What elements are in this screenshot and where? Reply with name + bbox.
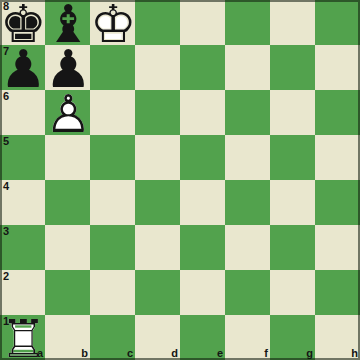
piece-black-bishop[interactable]: ♝ — [45, 0, 90, 45]
piece-white-king[interactable]: ♚♔ — [90, 0, 135, 45]
square-g5[interactable] — [270, 135, 315, 180]
square-g4[interactable] — [270, 180, 315, 225]
square-e6[interactable] — [180, 90, 225, 135]
rank-label-1: 1 — [3, 316, 9, 327]
square-e4[interactable] — [180, 180, 225, 225]
square-b2[interactable] — [45, 270, 90, 315]
square-a6[interactable]: 6 — [0, 90, 45, 135]
rank-label-3: 3 — [3, 226, 9, 237]
square-f6[interactable] — [225, 90, 270, 135]
square-b5[interactable] — [45, 135, 90, 180]
file-label-f: f — [264, 348, 268, 359]
square-h2[interactable] — [315, 270, 360, 315]
chess-board: 8♚♝♚♔7♟♟6♟♙54321a♜♖bcdefgh — [0, 0, 360, 360]
file-label-a: a — [37, 348, 43, 359]
square-c3[interactable] — [90, 225, 135, 270]
square-d2[interactable] — [135, 270, 180, 315]
square-a8[interactable]: 8♚ — [0, 0, 45, 45]
square-g3[interactable] — [270, 225, 315, 270]
white-pawn-glyph: ♟ — [45, 92, 90, 137]
square-f7[interactable] — [225, 45, 270, 90]
square-d8[interactable] — [135, 0, 180, 45]
square-f4[interactable] — [225, 180, 270, 225]
square-e7[interactable] — [180, 45, 225, 90]
piece-white-pawn[interactable]: ♟♙ — [45, 90, 90, 135]
square-d5[interactable] — [135, 135, 180, 180]
square-h3[interactable] — [315, 225, 360, 270]
white-pawn-outline: ♙ — [45, 92, 90, 137]
square-d1[interactable]: d — [135, 315, 180, 360]
file-label-c: c — [127, 348, 133, 359]
rank-label-2: 2 — [3, 271, 9, 282]
square-d3[interactable] — [135, 225, 180, 270]
rank-label-5: 5 — [3, 136, 9, 147]
square-g2[interactable] — [270, 270, 315, 315]
piece-black-pawn[interactable]: ♟ — [45, 45, 90, 90]
file-label-d: d — [171, 348, 178, 359]
square-b6[interactable]: ♟♙ — [45, 90, 90, 135]
square-c7[interactable] — [90, 45, 135, 90]
square-e5[interactable] — [180, 135, 225, 180]
square-d7[interactable] — [135, 45, 180, 90]
square-h1[interactable]: h — [315, 315, 360, 360]
square-d4[interactable] — [135, 180, 180, 225]
rank-label-4: 4 — [3, 181, 9, 192]
square-h8[interactable] — [315, 0, 360, 45]
file-label-h: h — [351, 348, 358, 359]
square-b1[interactable]: b — [45, 315, 90, 360]
square-h6[interactable] — [315, 90, 360, 135]
square-c1[interactable]: c — [90, 315, 135, 360]
rank-label-7: 7 — [3, 46, 9, 57]
file-label-e: e — [217, 348, 223, 359]
square-g6[interactable] — [270, 90, 315, 135]
square-a7[interactable]: 7♟ — [0, 45, 45, 90]
file-label-b: b — [81, 348, 88, 359]
square-h4[interactable] — [315, 180, 360, 225]
square-a1[interactable]: 1a♜♖ — [0, 315, 45, 360]
square-b8[interactable]: ♝ — [45, 0, 90, 45]
square-h5[interactable] — [315, 135, 360, 180]
square-f2[interactable] — [225, 270, 270, 315]
square-e2[interactable] — [180, 270, 225, 315]
square-c4[interactable] — [90, 180, 135, 225]
square-d6[interactable] — [135, 90, 180, 135]
square-g7[interactable] — [270, 45, 315, 90]
square-c2[interactable] — [90, 270, 135, 315]
file-label-g: g — [306, 348, 313, 359]
chess-board-grid: 8♚♝♚♔7♟♟6♟♙54321a♜♖bcdefgh — [0, 0, 360, 360]
square-a2[interactable]: 2 — [0, 270, 45, 315]
square-a5[interactable]: 5 — [0, 135, 45, 180]
square-a3[interactable]: 3 — [0, 225, 45, 270]
square-b3[interactable] — [45, 225, 90, 270]
square-h7[interactable] — [315, 45, 360, 90]
square-f8[interactable] — [225, 0, 270, 45]
square-g8[interactable] — [270, 0, 315, 45]
black-bishop-glyph: ♝ — [45, 2, 90, 47]
square-f1[interactable]: f — [225, 315, 270, 360]
square-f5[interactable] — [225, 135, 270, 180]
square-c8[interactable]: ♚♔ — [90, 0, 135, 45]
rank-label-6: 6 — [3, 91, 9, 102]
square-c5[interactable] — [90, 135, 135, 180]
rank-label-8: 8 — [3, 1, 9, 12]
square-a4[interactable]: 4 — [0, 180, 45, 225]
square-b7[interactable]: ♟ — [45, 45, 90, 90]
square-g1[interactable]: g — [270, 315, 315, 360]
square-b4[interactable] — [45, 180, 90, 225]
square-e1[interactable]: e — [180, 315, 225, 360]
white-king-outline: ♔ — [90, 2, 135, 47]
square-f3[interactable] — [225, 225, 270, 270]
white-king-glyph: ♚ — [90, 2, 135, 47]
black-pawn-glyph: ♟ — [45, 47, 90, 92]
square-e3[interactable] — [180, 225, 225, 270]
square-c6[interactable] — [90, 90, 135, 135]
square-e8[interactable] — [180, 0, 225, 45]
